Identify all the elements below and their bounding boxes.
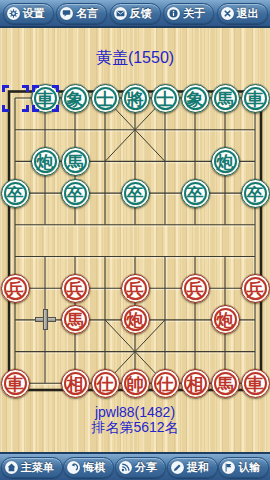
piece-red-horse[interactable]: 馬 [61, 305, 90, 334]
bottom-button-分享[interactable]: 分享 [115, 457, 166, 478]
bottom-button-提和[interactable]: 提和 [167, 457, 218, 478]
undo-icon [67, 461, 80, 474]
piece-black-elephant[interactable]: 象 [61, 84, 90, 113]
top-button-label: 退出 [237, 6, 259, 21]
bottom-button-认输[interactable]: 认输 [218, 457, 269, 478]
xiangqi-board[interactable]: 車象士將士象馬車炮馬炮卒卒卒卒卒兵兵兵兵兵馬炮炮車相仕帥仕相馬車 [0, 70, 270, 400]
piece-red-elephant[interactable]: 相 [61, 369, 90, 398]
piece-black-general[interactable]: 將 [121, 84, 150, 113]
piece-black-soldier[interactable]: 卒 [61, 179, 90, 208]
opponent-name: 黄盖(1550) [0, 48, 270, 69]
top-button-反馈[interactable]: 反馈 [110, 3, 161, 24]
top-button-退出[interactable]: 退出 [217, 3, 268, 24]
piece-red-general[interactable]: 帥 [121, 369, 150, 398]
top-button-label: 名言 [76, 6, 98, 21]
piece-red-soldier[interactable]: 兵 [181, 274, 210, 303]
piece-red-chariot[interactable]: 車 [241, 369, 270, 398]
bottom-toolbar: 主菜单悔棋分享提和认输 [0, 452, 270, 480]
piece-red-soldier[interactable]: 兵 [61, 274, 90, 303]
piece-red-advisor[interactable]: 仕 [91, 369, 120, 398]
mail-icon [114, 7, 127, 20]
piece-black-cannon[interactable]: 炮 [31, 147, 60, 176]
piece-black-horse[interactable]: 馬 [61, 147, 90, 176]
piece-black-soldier[interactable]: 卒 [1, 179, 30, 208]
bottom-button-label: 分享 [135, 460, 157, 475]
top-button-名言[interactable]: 名言 [56, 3, 107, 24]
piece-black-advisor[interactable]: 士 [91, 84, 120, 113]
piece-red-soldier[interactable]: 兵 [1, 274, 30, 303]
bottom-button-label: 提和 [187, 460, 209, 475]
player-info: jpwl88(1482) 排名第5612名 [0, 405, 270, 435]
piece-red-horse[interactable]: 馬 [211, 369, 240, 398]
top-toolbar: 设置名言反馈关于退出 [0, 0, 270, 28]
piece-red-chariot[interactable]: 車 [1, 369, 30, 398]
piece-black-soldier[interactable]: 卒 [181, 179, 210, 208]
player-name: jpwl88(1482) [0, 405, 270, 420]
bottom-button-label: 主菜单 [21, 460, 54, 475]
top-button-label: 关于 [183, 6, 205, 21]
flag-icon [222, 461, 235, 474]
gear-icon [7, 7, 20, 20]
piece-red-soldier[interactable]: 兵 [241, 274, 270, 303]
piece-black-elephant[interactable]: 象 [181, 84, 210, 113]
top-button-设置[interactable]: 设置 [3, 3, 54, 24]
bottom-button-label: 悔棋 [83, 460, 105, 475]
speech-icon [60, 7, 73, 20]
share-icon [119, 461, 132, 474]
top-button-关于[interactable]: 关于 [163, 3, 214, 24]
info-icon [167, 7, 180, 20]
piece-red-cannon[interactable]: 炮 [121, 305, 150, 334]
piece-black-soldier[interactable]: 卒 [121, 179, 150, 208]
piece-red-soldier[interactable]: 兵 [121, 274, 150, 303]
piece-black-chariot[interactable]: 車 [241, 84, 270, 113]
home-icon [5, 461, 18, 474]
piece-black-cannon[interactable]: 炮 [211, 147, 240, 176]
top-button-label: 反馈 [130, 6, 152, 21]
piece-red-elephant[interactable]: 相 [181, 369, 210, 398]
piece-black-advisor[interactable]: 士 [151, 84, 180, 113]
exit-icon [221, 7, 234, 20]
app-screen: 设置名言反馈关于退出 黄盖(1550) 車象士將士象馬車炮馬炮卒卒卒卒卒兵兵兵兵… [0, 0, 270, 480]
piece-black-horse[interactable]: 馬 [211, 84, 240, 113]
piece-red-cannon[interactable]: 炮 [211, 305, 240, 334]
player-rank: 排名第5612名 [0, 420, 270, 435]
pencil-icon [171, 461, 184, 474]
bottom-button-主菜单[interactable]: 主菜单 [1, 457, 63, 478]
bottom-button-悔棋[interactable]: 悔棋 [63, 457, 114, 478]
piece-black-chariot[interactable]: 車 [31, 84, 60, 113]
top-button-label: 设置 [23, 6, 45, 21]
bottom-button-label: 认输 [238, 460, 260, 475]
piece-black-soldier[interactable]: 卒 [241, 179, 270, 208]
piece-red-advisor[interactable]: 仕 [151, 369, 180, 398]
